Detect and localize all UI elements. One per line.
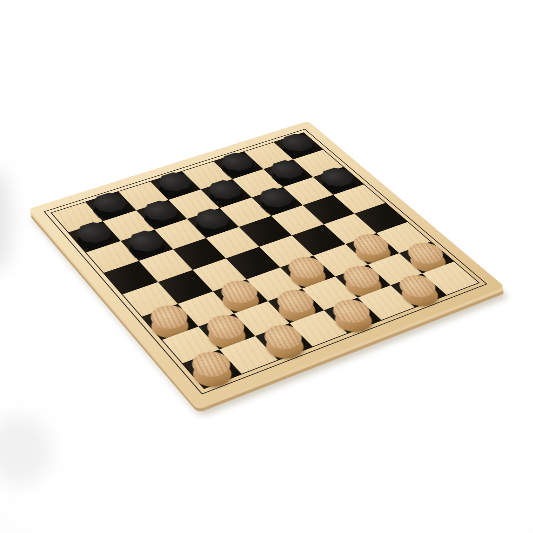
background-shading <box>0 168 12 273</box>
checkers-board <box>28 121 505 407</box>
background-shading <box>0 415 52 485</box>
board-grid <box>50 132 479 389</box>
photo-stage <box>0 0 533 533</box>
